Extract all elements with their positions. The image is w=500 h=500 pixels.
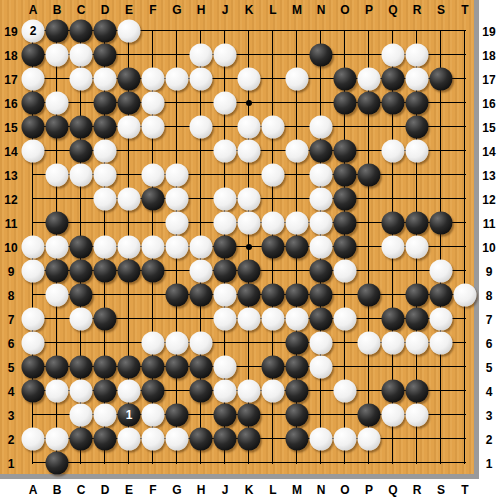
col-label-top-H: H xyxy=(191,2,211,17)
white-stone-A14: ○ xyxy=(22,140,45,163)
white-stone-J16: ○ xyxy=(214,92,237,115)
col-label-bottom-O: O xyxy=(335,482,355,497)
white-stone-C3: ○ xyxy=(70,404,93,427)
white-stone-F3: ○ xyxy=(142,404,165,427)
black-stone-D4: ● xyxy=(94,380,117,403)
col-label-top-M: M xyxy=(287,2,307,17)
row-label-right-12: 12 xyxy=(479,192,499,207)
white-stone-L7: ○ xyxy=(262,308,285,331)
black-stone-Q17: ● xyxy=(382,68,405,91)
black-stone-A18: ● xyxy=(22,44,45,67)
black-stone-B5: ● xyxy=(46,356,69,379)
col-label-bottom-M: M xyxy=(287,482,307,497)
black-stone-D16: ● xyxy=(94,92,117,115)
black-stone-S17: ● xyxy=(430,68,453,91)
white-stone-M11: ○ xyxy=(286,212,309,235)
black-stone-G8: ● xyxy=(166,284,189,307)
col-label-top-Q: Q xyxy=(383,2,403,17)
white-stone-R17: ○ xyxy=(406,68,429,91)
row-label-right-17: 17 xyxy=(479,72,499,87)
move-number-label: 1 xyxy=(118,404,141,427)
black-stone-M2: ● xyxy=(286,428,309,451)
col-label-top-S: S xyxy=(431,2,451,17)
black-stone-P3: ● xyxy=(358,404,381,427)
row-label-left-8: 8 xyxy=(1,288,21,303)
white-stone-Q10: ○ xyxy=(382,236,405,259)
white-stone-B2: ○ xyxy=(46,428,69,451)
col-label-bottom-S: S xyxy=(431,482,451,497)
star-point-K16 xyxy=(246,100,252,106)
col-label-bottom-E: E xyxy=(119,482,139,497)
black-stone-P8: ● xyxy=(358,284,381,307)
black-stone-C8: ● xyxy=(70,284,93,307)
white-stone-S9: ○ xyxy=(430,260,453,283)
row-label-left-1: 1 xyxy=(1,456,21,471)
row-label-left-17: 17 xyxy=(1,72,21,87)
white-stone-O4: ○ xyxy=(334,380,357,403)
white-stone-K7: ○ xyxy=(238,308,261,331)
white-stone-H6: ○ xyxy=(190,332,213,355)
white-stone-F2: ○ xyxy=(142,428,165,451)
black-stone-D18: ● xyxy=(94,44,117,67)
black-stone-C2: ● xyxy=(70,428,93,451)
white-stone-A2: ○ xyxy=(22,428,45,451)
row-label-right-8: 8 xyxy=(479,288,499,303)
col-label-top-C: C xyxy=(71,2,91,17)
black-stone-O17: ● xyxy=(334,68,357,91)
black-stone-L5: ● xyxy=(262,356,285,379)
black-stone-B11: ● xyxy=(46,212,69,235)
col-label-bottom-J: J xyxy=(215,482,235,497)
black-stone-E3: ●1 xyxy=(118,404,141,427)
white-stone-B10: ○ xyxy=(46,236,69,259)
white-stone-N13: ○ xyxy=(310,164,333,187)
black-stone-D2: ● xyxy=(94,428,117,451)
white-stone-L15: ○ xyxy=(262,116,285,139)
white-stone-R18: ○ xyxy=(406,44,429,67)
black-stone-O16: ● xyxy=(334,92,357,115)
white-stone-A9: ○ xyxy=(22,260,45,283)
white-stone-P6: ○ xyxy=(358,332,381,355)
white-stone-R3: ○ xyxy=(406,404,429,427)
black-stone-E16: ● xyxy=(118,92,141,115)
black-stone-J3: ● xyxy=(214,404,237,427)
white-stone-A7: ○ xyxy=(22,308,45,331)
black-stone-R7: ● xyxy=(406,308,429,331)
col-label-top-J: J xyxy=(215,2,235,17)
white-stone-N10: ○ xyxy=(310,236,333,259)
row-label-left-13: 13 xyxy=(1,168,21,183)
col-label-bottom-P: P xyxy=(359,482,379,497)
row-label-left-12: 12 xyxy=(1,192,21,207)
col-label-top-K: K xyxy=(239,2,259,17)
go-board-widget: ○2●●●○●○○●○○●○○○○○●○○○○○●○●○●●○●●○○●●●●●… xyxy=(0,0,500,500)
row-label-left-9: 9 xyxy=(1,264,21,279)
white-stone-N2: ○ xyxy=(310,428,333,451)
row-label-left-5: 5 xyxy=(1,360,21,375)
black-stone-C15: ● xyxy=(70,116,93,139)
black-stone-F9: ● xyxy=(142,260,165,283)
black-stone-N9: ● xyxy=(310,260,333,283)
black-stone-B9: ● xyxy=(46,260,69,283)
white-stone-B8: ○ xyxy=(46,284,69,307)
white-stone-B4: ○ xyxy=(46,380,69,403)
col-label-bottom-D: D xyxy=(95,482,115,497)
white-stone-F6: ○ xyxy=(142,332,165,355)
black-stone-J10: ● xyxy=(214,236,237,259)
white-stone-S7: ○ xyxy=(430,308,453,331)
white-stone-C17: ○ xyxy=(70,68,93,91)
row-label-left-19: 19 xyxy=(1,24,21,39)
black-stone-O10: ● xyxy=(334,236,357,259)
white-stone-Q18: ○ xyxy=(382,44,405,67)
black-stone-C9: ● xyxy=(70,260,93,283)
white-stone-G13: ○ xyxy=(166,164,189,187)
white-stone-K15: ○ xyxy=(238,116,261,139)
col-label-top-F: F xyxy=(143,2,163,17)
white-stone-O2: ○ xyxy=(334,428,357,451)
col-label-bottom-A: A xyxy=(23,482,43,497)
col-label-top-E: E xyxy=(119,2,139,17)
white-stone-P17: ○ xyxy=(358,68,381,91)
black-stone-A4: ● xyxy=(22,380,45,403)
row-label-right-19: 19 xyxy=(479,24,499,39)
white-stone-C4: ○ xyxy=(70,380,93,403)
row-label-left-14: 14 xyxy=(1,144,21,159)
white-stone-H10: ○ xyxy=(190,236,213,259)
white-stone-Q3: ○ xyxy=(382,404,405,427)
white-stone-G11: ○ xyxy=(166,212,189,235)
row-label-left-3: 3 xyxy=(1,408,21,423)
black-stone-N14: ● xyxy=(310,140,333,163)
row-label-right-9: 9 xyxy=(479,264,499,279)
black-stone-M3: ● xyxy=(286,404,309,427)
black-stone-A5: ● xyxy=(22,356,45,379)
row-label-right-3: 3 xyxy=(479,408,499,423)
white-stone-B13: ○ xyxy=(46,164,69,187)
white-stone-K4: ○ xyxy=(238,380,261,403)
row-label-left-7: 7 xyxy=(1,312,21,327)
white-stone-E19: ○ xyxy=(118,20,141,43)
move-number-label: 2 xyxy=(22,20,45,43)
row-label-left-16: 16 xyxy=(1,96,21,111)
white-stone-D17: ○ xyxy=(94,68,117,91)
black-stone-R16: ● xyxy=(406,92,429,115)
row-label-right-4: 4 xyxy=(479,384,499,399)
col-label-bottom-C: C xyxy=(71,482,91,497)
white-stone-G6: ○ xyxy=(166,332,189,355)
col-label-top-R: R xyxy=(407,2,427,17)
row-label-right-14: 14 xyxy=(479,144,499,159)
white-stone-Q14: ○ xyxy=(382,140,405,163)
col-label-top-D: D xyxy=(95,2,115,17)
black-stone-M6: ● xyxy=(286,332,309,355)
white-stone-B18: ○ xyxy=(46,44,69,67)
white-stone-D3: ○ xyxy=(94,404,117,427)
white-stone-F17: ○ xyxy=(142,68,165,91)
row-label-right-11: 11 xyxy=(479,216,499,231)
black-stone-R11: ● xyxy=(406,212,429,235)
row-label-left-10: 10 xyxy=(1,240,21,255)
black-stone-M5: ● xyxy=(286,356,309,379)
black-stone-L8: ● xyxy=(262,284,285,307)
black-stone-H5: ● xyxy=(190,356,213,379)
black-stone-L10: ● xyxy=(262,236,285,259)
col-label-top-T: T xyxy=(455,2,475,17)
black-stone-D19: ● xyxy=(94,20,117,43)
black-stone-K3: ● xyxy=(238,404,261,427)
black-stone-B15: ● xyxy=(46,116,69,139)
white-stone-Q6: ○ xyxy=(382,332,405,355)
black-stone-P16: ● xyxy=(358,92,381,115)
col-label-top-G: G xyxy=(167,2,187,17)
black-stone-G5: ● xyxy=(166,356,189,379)
white-stone-C18: ○ xyxy=(70,44,93,67)
black-stone-R4: ● xyxy=(406,380,429,403)
black-stone-D9: ● xyxy=(94,260,117,283)
white-stone-K14: ○ xyxy=(238,140,261,163)
row-label-left-2: 2 xyxy=(1,432,21,447)
white-stone-O7: ○ xyxy=(334,308,357,331)
white-stone-E12: ○ xyxy=(118,188,141,211)
white-stone-R14: ○ xyxy=(406,140,429,163)
row-label-left-15: 15 xyxy=(1,120,21,135)
white-stone-F16: ○ xyxy=(142,92,165,115)
white-stone-J12: ○ xyxy=(214,188,237,211)
star-point-K10 xyxy=(246,244,252,250)
black-stone-S11: ● xyxy=(430,212,453,235)
black-stone-K2: ● xyxy=(238,428,261,451)
black-stone-H8: ● xyxy=(190,284,213,307)
row-label-right-1: 1 xyxy=(479,456,499,471)
white-stone-T8: ○ xyxy=(454,284,477,307)
white-stone-K12: ○ xyxy=(238,188,261,211)
row-label-right-10: 10 xyxy=(479,240,499,255)
white-stone-C13: ○ xyxy=(70,164,93,187)
black-stone-E5: ● xyxy=(118,356,141,379)
white-stone-R10: ○ xyxy=(406,236,429,259)
row-label-right-2: 2 xyxy=(479,432,499,447)
white-stone-F10: ○ xyxy=(142,236,165,259)
white-stone-N5: ○ xyxy=(310,356,333,379)
white-stone-A19: ○2 xyxy=(22,20,45,43)
col-label-bottom-T: T xyxy=(455,482,475,497)
black-stone-D7: ● xyxy=(94,308,117,331)
white-stone-L11: ○ xyxy=(262,212,285,235)
row-label-left-11: 11 xyxy=(1,216,21,231)
white-stone-A17: ○ xyxy=(22,68,45,91)
white-stone-F15: ○ xyxy=(142,116,165,139)
black-stone-B1: ● xyxy=(46,452,69,475)
col-label-bottom-R: R xyxy=(407,482,427,497)
white-stone-D13: ○ xyxy=(94,164,117,187)
black-stone-O12: ● xyxy=(334,188,357,211)
white-stone-B16: ○ xyxy=(46,92,69,115)
black-stone-F5: ● xyxy=(142,356,165,379)
white-stone-G12: ○ xyxy=(166,188,189,211)
col-label-top-A: A xyxy=(23,2,43,17)
black-stone-E9: ● xyxy=(118,260,141,283)
white-stone-M14: ○ xyxy=(286,140,309,163)
white-stone-E2: ○ xyxy=(118,428,141,451)
black-stone-R15: ● xyxy=(406,116,429,139)
black-stone-O13: ● xyxy=(334,164,357,187)
white-stone-N6: ○ xyxy=(310,332,333,355)
white-stone-J18: ○ xyxy=(214,44,237,67)
white-stone-H15: ○ xyxy=(190,116,213,139)
white-stone-H9: ○ xyxy=(190,260,213,283)
white-stone-D12: ○ xyxy=(94,188,117,211)
black-stone-A16: ● xyxy=(22,92,45,115)
col-label-bottom-B: B xyxy=(47,482,67,497)
white-stone-G17: ○ xyxy=(166,68,189,91)
col-label-top-L: L xyxy=(263,2,283,17)
black-stone-N18: ● xyxy=(310,44,333,67)
black-stone-A15: ● xyxy=(22,116,45,139)
black-stone-E17: ● xyxy=(118,68,141,91)
black-stone-D15: ● xyxy=(94,116,117,139)
black-stone-K9: ● xyxy=(238,260,261,283)
black-stone-H2: ● xyxy=(190,428,213,451)
black-stone-J9: ● xyxy=(214,260,237,283)
black-stone-M4: ● xyxy=(286,380,309,403)
black-stone-Q16: ● xyxy=(382,92,405,115)
white-stone-J11: ○ xyxy=(214,212,237,235)
black-stone-N8: ● xyxy=(310,284,333,307)
white-stone-E4: ○ xyxy=(118,380,141,403)
col-label-bottom-F: F xyxy=(143,482,163,497)
row-label-right-6: 6 xyxy=(479,336,499,351)
black-stone-P13: ● xyxy=(358,164,381,187)
black-stone-O11: ● xyxy=(334,212,357,235)
black-stone-C19: ● xyxy=(70,20,93,43)
black-stone-Q7: ● xyxy=(382,308,405,331)
row-label-right-7: 7 xyxy=(479,312,499,327)
white-stone-R6: ○ xyxy=(406,332,429,355)
white-stone-E10: ○ xyxy=(118,236,141,259)
col-label-top-O: O xyxy=(335,2,355,17)
black-stone-F4: ● xyxy=(142,380,165,403)
white-stone-J8: ○ xyxy=(214,284,237,307)
black-stone-G3: ● xyxy=(166,404,189,427)
black-stone-C10: ● xyxy=(70,236,93,259)
white-stone-P2: ○ xyxy=(358,428,381,451)
black-stone-D5: ● xyxy=(94,356,117,379)
white-stone-C7: ○ xyxy=(70,308,93,331)
col-label-bottom-K: K xyxy=(239,482,259,497)
white-stone-S6: ○ xyxy=(430,332,453,355)
row-label-right-16: 16 xyxy=(479,96,499,111)
black-stone-C5: ● xyxy=(70,356,93,379)
col-label-top-N: N xyxy=(311,2,331,17)
board-edge-shadow-bottom xyxy=(0,474,479,479)
white-stone-N15: ○ xyxy=(310,116,333,139)
row-label-left-4: 4 xyxy=(1,384,21,399)
black-stone-M10: ● xyxy=(286,236,309,259)
white-stone-N12: ○ xyxy=(310,188,333,211)
white-stone-J14: ○ xyxy=(214,140,237,163)
black-stone-Q11: ● xyxy=(382,212,405,235)
white-stone-D14: ○ xyxy=(94,140,117,163)
white-stone-L4: ○ xyxy=(262,380,285,403)
row-label-right-15: 15 xyxy=(479,120,499,135)
white-stone-J5: ○ xyxy=(214,356,237,379)
black-stone-S8: ● xyxy=(430,284,453,307)
white-stone-M17: ○ xyxy=(286,68,309,91)
white-stone-K11: ○ xyxy=(238,212,261,235)
white-stone-E15: ○ xyxy=(118,116,141,139)
col-label-top-B: B xyxy=(47,2,67,17)
row-label-right-13: 13 xyxy=(479,168,499,183)
white-stone-J4: ○ xyxy=(214,380,237,403)
white-stone-M7: ○ xyxy=(286,308,309,331)
black-stone-F12: ● xyxy=(142,188,165,211)
black-stone-B19: ● xyxy=(46,20,69,43)
row-label-left-18: 18 xyxy=(1,48,21,63)
white-stone-H17: ○ xyxy=(190,68,213,91)
black-stone-H4: ● xyxy=(190,380,213,403)
col-label-top-P: P xyxy=(359,2,379,17)
row-label-left-6: 6 xyxy=(1,336,21,351)
col-label-bottom-G: G xyxy=(167,482,187,497)
white-stone-N11: ○ xyxy=(310,212,333,235)
black-stone-N7: ● xyxy=(310,308,333,331)
white-stone-G2: ○ xyxy=(166,428,189,451)
row-label-right-18: 18 xyxy=(479,48,499,63)
black-stone-K8: ● xyxy=(238,284,261,307)
row-label-right-5: 5 xyxy=(479,360,499,375)
white-stone-L13: ○ xyxy=(262,164,285,187)
black-stone-C14: ● xyxy=(70,140,93,163)
black-stone-O14: ● xyxy=(334,140,357,163)
col-label-bottom-N: N xyxy=(311,482,331,497)
white-stone-J7: ○ xyxy=(214,308,237,331)
white-stone-K17: ○ xyxy=(238,68,261,91)
black-stone-M8: ● xyxy=(286,284,309,307)
col-label-bottom-H: H xyxy=(191,482,211,497)
white-stone-H18: ○ xyxy=(190,44,213,67)
white-stone-D10: ○ xyxy=(94,236,117,259)
white-stone-A6: ○ xyxy=(22,332,45,355)
white-stone-G10: ○ xyxy=(166,236,189,259)
black-stone-R8: ● xyxy=(406,284,429,307)
white-stone-F13: ○ xyxy=(142,164,165,187)
col-label-bottom-Q: Q xyxy=(383,482,403,497)
black-stone-J2: ● xyxy=(214,428,237,451)
col-label-bottom-L: L xyxy=(263,482,283,497)
white-stone-A10: ○ xyxy=(22,236,45,259)
white-stone-O9: ○ xyxy=(334,260,357,283)
black-stone-Q4: ● xyxy=(382,380,405,403)
